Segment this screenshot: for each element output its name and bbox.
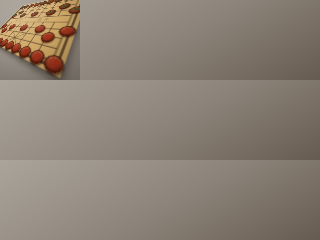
piece-character: 兵 xyxy=(61,27,72,36)
piece-character: 傌 xyxy=(31,50,43,63)
piece-character: 卒 xyxy=(70,7,79,13)
piece-character: 兵 xyxy=(36,26,45,32)
piece-character: 炮 xyxy=(42,33,52,42)
xiangqi-board[interactable]: 楚 河 漢 界 車馬象士將士象馬車砲砲卒卒卒卒卒兵兵兵兵兵炮炮俥傌相仕帥仕相傌俥 xyxy=(0,0,80,78)
piece-character: 俥 xyxy=(46,55,60,72)
